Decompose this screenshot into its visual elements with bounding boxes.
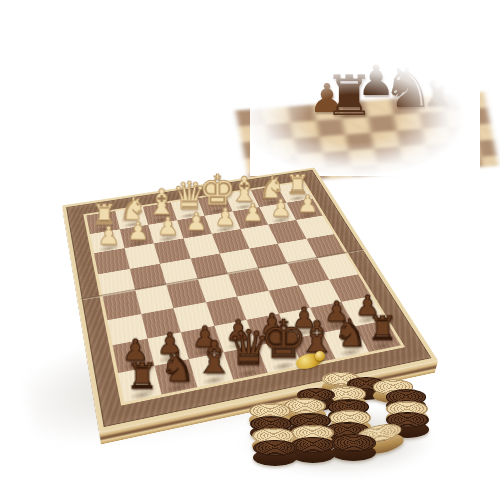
light-pawn-piece: ♟ — [242, 200, 264, 224]
light-pawn-piece: ♟ — [214, 205, 236, 229]
disc-top — [331, 434, 376, 451]
clasp-knob-icon — [315, 351, 325, 361]
dark-rook-piece: ♜ — [368, 312, 398, 345]
light-pawn-piece: ♟ — [97, 223, 119, 248]
light-pawn-piece: ♟ — [186, 209, 208, 233]
checker-disc-dark — [253, 440, 297, 466]
light-pawn-piece: ♟ — [297, 192, 318, 216]
dark-knight-piece: ♞ — [333, 314, 367, 352]
light-pawn-piece: ♟ — [127, 218, 149, 243]
light-pawn-piece: ♟ — [270, 196, 291, 220]
product-photo: ♟♜♟♞♝♟♟♟ ♜♞♝♛♚♝♞♜♟♟♟♟♟♟♟♟♟♟♟♟♟♟♟♟♜♞♝♛♚♝♞… — [0, 0, 500, 500]
checker-disc-dark — [331, 434, 376, 461]
dark-knight-piece: ♞ — [160, 347, 196, 387]
dark-rook-piece: ♜ — [126, 359, 158, 395]
checkers-pile — [228, 362, 440, 487]
light-pawn-piece: ♟ — [157, 214, 179, 239]
checker-disc-dark — [291, 437, 335, 463]
